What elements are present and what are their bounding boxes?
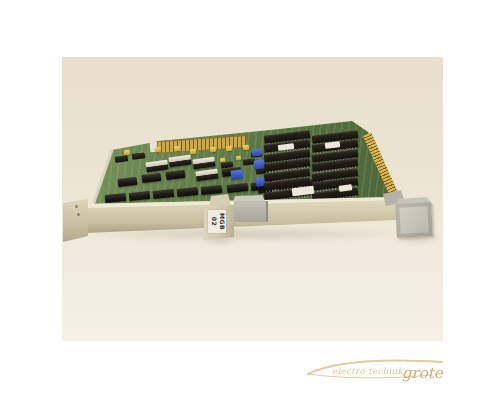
right-end-block [395,202,433,238]
label-line-2: 02 [210,210,218,234]
ic-small [115,155,129,163]
gold-connector [157,135,248,154]
mount-hole [77,213,80,216]
cap-yellow [236,156,241,161]
left-mount-tab [62,197,89,242]
chip-dark [153,189,175,199]
cap-yellow [243,145,250,151]
chip-shiny [145,160,168,173]
key-module-label-text: MGB 02 [209,210,226,234]
ic-small [132,152,146,160]
chip-dark [142,173,162,183]
chip-dark [201,185,223,195]
key-module-label: MGB 02 [208,210,226,233]
chip-dark [177,187,199,197]
chip-shiny [168,155,191,168]
cap-yellow [190,149,197,155]
label-line-1: MGB [218,210,226,234]
chip-dark [129,191,151,201]
chip-dark [105,193,127,203]
chip-shiny [192,157,215,170]
product-photo-canvas: MGB 02 electro-technik grote [0,0,500,400]
trimmer-blue [230,169,243,179]
mount-hole [75,205,78,208]
chip-dark [227,183,249,193]
chip-dark [166,170,186,180]
cap-yellow [174,146,181,152]
chip-dark [118,177,138,187]
chip-shiny [195,169,218,182]
cap-yellow [226,146,233,152]
watermark-prefix: electro-technik [332,366,404,376]
seller-watermark: electro-technik grote [302,352,450,392]
cap-yellow [210,147,217,153]
watermark-script-word: grote [402,364,444,382]
trimmer-blue [252,148,263,156]
cap-yellow [155,147,162,153]
center-gray-block [234,201,268,222]
gold-edge [363,132,400,201]
right-end-block-face [399,206,428,233]
